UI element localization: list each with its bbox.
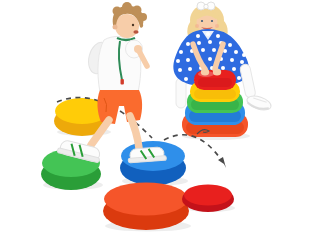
boy-shorts xyxy=(97,90,142,124)
scene xyxy=(0,0,310,233)
orange-stone xyxy=(103,183,189,231)
boy-mouth xyxy=(133,30,138,34)
girl-hair-bow xyxy=(197,2,215,10)
product-photo: Two children playing with a rainbow bala… xyxy=(0,0,310,233)
boy-cord-tip xyxy=(121,79,124,85)
girl-left-sock xyxy=(176,78,186,108)
boy-figure xyxy=(57,2,166,163)
boy-hand xyxy=(134,45,142,53)
girl-right-hand xyxy=(213,68,221,75)
boy-right-sneaker xyxy=(128,147,167,163)
girl-left-eye xyxy=(201,20,203,22)
girl-right-sock xyxy=(239,63,256,98)
girl-blush-left xyxy=(195,24,199,28)
girl-left-hand xyxy=(201,68,209,75)
girl-blush-right xyxy=(215,24,219,28)
boy-eye xyxy=(132,24,134,26)
arrowhead xyxy=(218,157,226,168)
red-stone xyxy=(182,185,234,213)
boy-ear xyxy=(113,25,118,30)
girl-right-eye xyxy=(211,20,213,22)
boy-right-shin xyxy=(130,116,139,148)
